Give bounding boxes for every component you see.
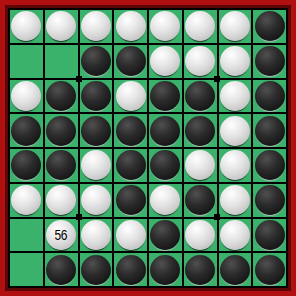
cell-h7[interactable] <box>253 219 286 252</box>
disc-white <box>220 116 250 146</box>
disc-black <box>46 150 76 180</box>
disc-black <box>150 150 180 180</box>
cell-b6[interactable] <box>45 184 78 217</box>
disc-black <box>255 150 285 180</box>
cell-d2[interactable] <box>114 45 147 78</box>
cell-f3[interactable] <box>184 80 217 113</box>
disc-white <box>81 220 111 250</box>
cell-b2[interactable] <box>45 45 78 78</box>
cell-d7[interactable] <box>114 219 147 252</box>
disc-white <box>220 150 250 180</box>
disc-black <box>116 116 146 146</box>
disc-white <box>81 11 111 41</box>
disc-white <box>116 81 146 111</box>
cell-h1[interactable] <box>253 10 286 43</box>
disc-black <box>81 81 111 111</box>
cell-f2[interactable] <box>184 45 217 78</box>
cell-e4[interactable] <box>149 114 182 147</box>
disc-black <box>116 185 146 215</box>
disc-black <box>46 81 76 111</box>
cell-h6[interactable] <box>253 184 286 217</box>
cell-c8[interactable] <box>80 253 113 286</box>
disc-black <box>185 81 215 111</box>
cell-a2[interactable] <box>10 45 43 78</box>
disc-black <box>81 116 111 146</box>
cell-g5[interactable] <box>219 149 252 182</box>
disc-black <box>81 46 111 76</box>
last-move-number: 56 <box>55 227 68 242</box>
cell-g8[interactable] <box>219 253 252 286</box>
disc-black <box>150 255 180 285</box>
cell-d5[interactable] <box>114 149 147 182</box>
cell-c3[interactable] <box>80 80 113 113</box>
star-point <box>214 76 220 82</box>
cell-f7[interactable] <box>184 219 217 252</box>
cell-g1[interactable] <box>219 10 252 43</box>
disc-black <box>116 46 146 76</box>
cell-e7[interactable] <box>149 219 182 252</box>
cell-c4[interactable] <box>80 114 113 147</box>
cell-a3[interactable] <box>10 80 43 113</box>
cell-a5[interactable] <box>10 149 43 182</box>
disc-black <box>255 46 285 76</box>
cell-e8[interactable] <box>149 253 182 286</box>
disc-white <box>220 185 250 215</box>
disc-white <box>11 81 41 111</box>
disc-white <box>46 185 76 215</box>
disc-white <box>220 220 250 250</box>
disc-black <box>220 255 250 285</box>
cell-c5[interactable] <box>80 149 113 182</box>
disc-black <box>11 150 41 180</box>
disc-white <box>185 11 215 41</box>
cell-e6[interactable] <box>149 184 182 217</box>
cell-a1[interactable] <box>10 10 43 43</box>
cell-f8[interactable] <box>184 253 217 286</box>
disc-white <box>150 185 180 215</box>
cell-b7[interactable]: 56 <box>45 219 78 252</box>
cell-e3[interactable] <box>149 80 182 113</box>
disc-black <box>116 255 146 285</box>
disc-white <box>150 11 180 41</box>
disc-white <box>46 11 76 41</box>
cell-h4[interactable] <box>253 114 286 147</box>
cell-d8[interactable] <box>114 253 147 286</box>
disc-white <box>220 11 250 41</box>
disc-white: 56 <box>46 220 76 250</box>
disc-white <box>185 150 215 180</box>
disc-black <box>255 116 285 146</box>
othello-board: 56 <box>8 8 288 288</box>
cell-e2[interactable] <box>149 45 182 78</box>
cell-b8[interactable] <box>45 253 78 286</box>
cell-d1[interactable] <box>114 10 147 43</box>
cell-f1[interactable] <box>184 10 217 43</box>
disc-black <box>185 255 215 285</box>
disc-black <box>81 255 111 285</box>
disc-white <box>116 11 146 41</box>
cell-d3[interactable] <box>114 80 147 113</box>
star-point <box>214 214 220 220</box>
disc-white <box>150 46 180 76</box>
cell-a7[interactable] <box>10 219 43 252</box>
cell-f4[interactable] <box>184 114 217 147</box>
disc-black <box>255 185 285 215</box>
disc-black <box>11 116 41 146</box>
cell-h3[interactable] <box>253 80 286 113</box>
disc-black <box>185 116 215 146</box>
disc-white <box>220 81 250 111</box>
cell-f5[interactable] <box>184 149 217 182</box>
cell-g3[interactable] <box>219 80 252 113</box>
disc-black <box>150 116 180 146</box>
cell-g4[interactable] <box>219 114 252 147</box>
cell-c2[interactable] <box>80 45 113 78</box>
cell-f6[interactable] <box>184 184 217 217</box>
cell-b3[interactable] <box>45 80 78 113</box>
cell-b4[interactable] <box>45 114 78 147</box>
cell-e5[interactable] <box>149 149 182 182</box>
cell-b1[interactable] <box>45 10 78 43</box>
cell-d4[interactable] <box>114 114 147 147</box>
cell-e1[interactable] <box>149 10 182 43</box>
disc-white <box>11 11 41 41</box>
disc-black <box>150 81 180 111</box>
star-point <box>76 214 82 220</box>
cell-g7[interactable] <box>219 219 252 252</box>
disc-black <box>255 255 285 285</box>
cell-c1[interactable] <box>80 10 113 43</box>
board-frame: 56 <box>0 0 296 296</box>
cell-h5[interactable] <box>253 149 286 182</box>
cell-h8[interactable] <box>253 253 286 286</box>
disc-black <box>255 81 285 111</box>
cell-b5[interactable] <box>45 149 78 182</box>
disc-black <box>255 11 285 41</box>
disc-black <box>150 220 180 250</box>
cell-d6[interactable] <box>114 184 147 217</box>
cell-a4[interactable] <box>10 114 43 147</box>
cell-g2[interactable] <box>219 45 252 78</box>
disc-white <box>185 46 215 76</box>
cell-a6[interactable] <box>10 184 43 217</box>
disc-white <box>220 46 250 76</box>
disc-white <box>81 185 111 215</box>
cell-h2[interactable] <box>253 45 286 78</box>
disc-black <box>185 185 215 215</box>
disc-white <box>116 220 146 250</box>
cell-a8[interactable] <box>10 253 43 286</box>
disc-white <box>185 220 215 250</box>
disc-black <box>46 116 76 146</box>
disc-white <box>81 150 111 180</box>
star-point <box>76 76 82 82</box>
disc-black <box>116 150 146 180</box>
disc-black <box>46 255 76 285</box>
cell-g6[interactable] <box>219 184 252 217</box>
cell-c6[interactable] <box>80 184 113 217</box>
cell-c7[interactable] <box>80 219 113 252</box>
disc-white <box>11 185 41 215</box>
disc-black <box>255 220 285 250</box>
